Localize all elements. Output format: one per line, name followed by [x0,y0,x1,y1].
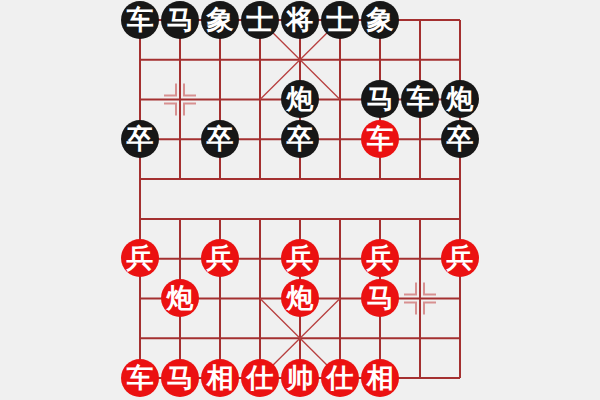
black-advisor[interactable]: 士 [241,1,279,39]
board-point-f3r2[interactable] [200,40,240,80]
board-point-f6r3[interactable] [320,80,360,120]
board-point-f1r5[interactable] [120,159,160,199]
xiangqi-board-screen: 车马象士将士象炮马车炮卒卒卒车卒兵兵兵兵兵炮炮马车马相仕帅仕相 [0,0,600,400]
board-point-f3r1[interactable]: 象 [200,0,240,40]
board-point-f9r2[interactable] [440,40,480,80]
red-elephant[interactable]: 相 [361,359,399,397]
board-point-f9r10[interactable] [440,358,480,398]
board-point-f8r8[interactable] [400,278,440,318]
board-point-f1r7[interactable]: 兵 [120,239,160,279]
board-point-f3r9[interactable] [200,318,240,358]
black-soldier[interactable]: 卒 [121,120,159,158]
red-cannon[interactable]: 炮 [161,279,199,317]
board-point-f5r1[interactable]: 将 [280,0,320,40]
black-elephant[interactable]: 象 [361,1,399,39]
red-advisor[interactable]: 仕 [321,359,359,397]
black-general[interactable]: 将 [281,1,319,39]
black-cannon[interactable]: 炮 [281,80,319,118]
board-point-f4r6[interactable] [240,199,280,239]
board-point-f3r6[interactable] [200,199,240,239]
black-soldier[interactable]: 卒 [281,120,319,158]
board-point-f5r7[interactable]: 兵 [280,239,320,279]
board-point-f3r4[interactable]: 卒 [200,119,240,159]
board-point-f2r7[interactable] [160,239,200,279]
red-soldier[interactable]: 兵 [201,239,239,277]
board-point-f8r7[interactable] [400,239,440,279]
red-soldier[interactable]: 兵 [441,239,479,277]
board-point-f2r8[interactable]: 炮 [160,278,200,318]
board-point-f5r9[interactable] [280,318,320,358]
board-point-f2r6[interactable] [160,199,200,239]
board-point-f2r9[interactable] [160,318,200,358]
board-point-f8r6[interactable] [400,199,440,239]
board-point-f7r2[interactable] [360,40,400,80]
board-point-f3r8[interactable] [200,278,240,318]
board-point-f3r10[interactable]: 相 [200,358,240,398]
red-soldier[interactable]: 兵 [121,239,159,277]
board-point-f1r1[interactable]: 车 [120,0,160,40]
board-point-f6r9[interactable] [320,318,360,358]
red-soldier[interactable]: 兵 [281,239,319,277]
board-point-f7r6[interactable] [360,199,400,239]
board-point-f1r8[interactable] [120,278,160,318]
red-soldier[interactable]: 兵 [361,239,399,277]
board-point-f8r3[interactable]: 车 [400,80,440,120]
red-general[interactable]: 帅 [281,359,319,397]
board-point-f4r4[interactable] [240,119,280,159]
board-point-f6r1[interactable]: 士 [320,0,360,40]
black-elephant[interactable]: 象 [201,1,239,39]
board-point-f1r6[interactable] [120,199,160,239]
board-point-f5r4[interactable]: 卒 [280,119,320,159]
board-point-f5r6[interactable] [280,199,320,239]
board-point-f3r5[interactable] [200,159,240,199]
board-point-f5r2[interactable] [280,40,320,80]
board-point-f6r5[interactable] [320,159,360,199]
board-point-f4r1[interactable]: 士 [240,0,280,40]
board-point-f6r6[interactable] [320,199,360,239]
board-point-f3r3[interactable] [200,80,240,120]
black-advisor[interactable]: 士 [321,1,359,39]
board-point-f9r4[interactable]: 卒 [440,119,480,159]
black-cannon[interactable]: 炮 [441,80,479,118]
board-point-f7r1[interactable]: 象 [360,0,400,40]
board-point-f7r7[interactable]: 兵 [360,239,400,279]
board-point-f2r1[interactable]: 马 [160,0,200,40]
black-horse[interactable]: 马 [161,1,199,39]
board-point-f5r5[interactable] [280,159,320,199]
board-point-f8r9[interactable] [400,318,440,358]
black-chariot[interactable]: 车 [401,80,439,118]
board-point-f9r5[interactable] [440,159,480,199]
board-point-f9r8[interactable] [440,278,480,318]
black-horse[interactable]: 马 [361,80,399,118]
board-point-f7r10[interactable]: 相 [360,358,400,398]
board-point-f8r4[interactable] [400,119,440,159]
black-soldier[interactable]: 卒 [201,120,239,158]
board-point-f2r5[interactable] [160,159,200,199]
board-point-f6r4[interactable] [320,119,360,159]
board-point-f9r3[interactable]: 炮 [440,80,480,120]
board-point-f8r10[interactable] [400,358,440,398]
board-point-f8r1[interactable] [400,0,440,40]
board-point-f7r4[interactable]: 车 [360,119,400,159]
red-advisor[interactable]: 仕 [241,359,279,397]
red-chariot[interactable]: 车 [121,359,159,397]
board-point-f4r9[interactable] [240,318,280,358]
board-point-f1r4[interactable]: 卒 [120,119,160,159]
board-point-f4r8[interactable] [240,278,280,318]
board-point-f2r10[interactable]: 马 [160,358,200,398]
black-soldier[interactable]: 卒 [441,120,479,158]
board-point-f9r1[interactable] [440,0,480,40]
board-point-f7r5[interactable] [360,159,400,199]
red-cannon[interactable]: 炮 [281,279,319,317]
board-point-f6r8[interactable] [320,278,360,318]
board-point-f1r3[interactable] [120,80,160,120]
board-point-f6r7[interactable] [320,239,360,279]
board-point-f5r8[interactable]: 炮 [280,278,320,318]
red-horse[interactable]: 马 [161,359,199,397]
board-point-f4r3[interactable] [240,80,280,120]
red-horse[interactable]: 马 [361,279,399,317]
board-point-f2r2[interactable] [160,40,200,80]
red-elephant[interactable]: 相 [201,359,239,397]
board-point-f7r8[interactable]: 马 [360,278,400,318]
black-chariot[interactable]: 车 [121,1,159,39]
board-point-f9r6[interactable] [440,199,480,239]
board-point-f7r3[interactable]: 马 [360,80,400,120]
board-point-f2r4[interactable] [160,119,200,159]
board-point-f1r9[interactable] [120,318,160,358]
board-point-f4r2[interactable] [240,40,280,80]
board-point-f9r9[interactable] [440,318,480,358]
board-point-f1r10[interactable]: 车 [120,358,160,398]
board-point-f8r2[interactable] [400,40,440,80]
board-point-f1r2[interactable] [120,40,160,80]
board-point-f3r7[interactable]: 兵 [200,239,240,279]
board-point-f7r9[interactable] [360,318,400,358]
board-point-f6r2[interactable] [320,40,360,80]
board-point-f5r10[interactable]: 帅 [280,358,320,398]
board-point-f4r7[interactable] [240,239,280,279]
board-point-f2r3[interactable] [160,80,200,120]
board-point-f6r10[interactable]: 仕 [320,358,360,398]
board-point-f5r3[interactable]: 炮 [280,80,320,120]
board-point-f4r10[interactable]: 仕 [240,358,280,398]
red-chariot[interactable]: 车 [361,120,399,158]
board-point-f4r5[interactable] [240,159,280,199]
board-point-f8r5[interactable] [400,159,440,199]
board-point-f9r7[interactable]: 兵 [440,239,480,279]
xiangqi-board: 车马象士将士象炮马车炮卒卒卒车卒兵兵兵兵兵炮炮马车马相仕帅仕相 [120,0,480,398]
